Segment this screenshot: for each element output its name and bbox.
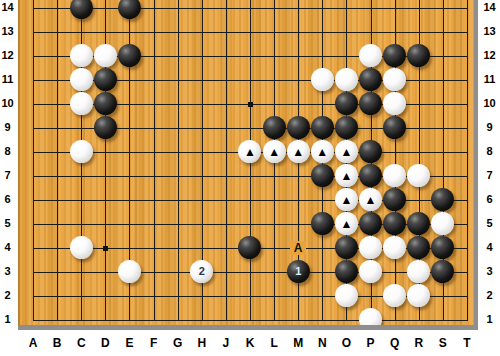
- stone-black-Q5[interactable]: [383, 212, 406, 235]
- stone-white-R2[interactable]: [407, 284, 430, 307]
- stone-black-R4[interactable]: [407, 236, 430, 259]
- stone-white-P4[interactable]: [359, 236, 382, 259]
- col-label-D: D: [96, 337, 114, 349]
- col-label-K: K: [241, 337, 259, 349]
- stone-white-P1[interactable]: [359, 308, 382, 330]
- stone-white-O11[interactable]: [335, 68, 358, 91]
- triangle-mark-icon: ▲: [340, 145, 352, 157]
- stone-black-S4[interactable]: [431, 236, 454, 259]
- row-label-right-12: 12: [480, 50, 499, 62]
- row-label-right-9: 9: [480, 122, 499, 134]
- stone-white-C11[interactable]: [70, 68, 93, 91]
- triangle-mark-icon: ▲: [292, 145, 304, 157]
- stone-black-O4[interactable]: [335, 236, 358, 259]
- col-label-F: F: [145, 337, 163, 349]
- row-label-right-7: 7: [480, 170, 499, 182]
- stone-black-E14[interactable]: [118, 0, 141, 19]
- row-label-left-1: 1: [0, 314, 15, 326]
- star-point-K10: [248, 102, 253, 107]
- row-label-left-13: 13: [0, 26, 15, 38]
- col-label-E: E: [120, 337, 138, 349]
- stone-white-L8[interactable]: ▲: [263, 140, 286, 163]
- stone-white-O2[interactable]: [335, 284, 358, 307]
- grid-vline-J: [226, 0, 227, 321]
- row-label-left-5: 5: [0, 218, 15, 230]
- stone-black-N9[interactable]: [311, 116, 334, 139]
- triangle-mark-icon: ▲: [340, 193, 352, 205]
- col-label-L: L: [265, 337, 283, 349]
- row-label-right-14: 14: [480, 2, 499, 14]
- stone-white-P12[interactable]: [359, 44, 382, 67]
- col-label-H: H: [193, 337, 211, 349]
- triangle-mark-icon: ▲: [365, 193, 377, 205]
- stone-black-C14[interactable]: [70, 0, 93, 19]
- stone-white-M8[interactable]: ▲: [287, 140, 310, 163]
- stone-white-Q10[interactable]: [383, 92, 406, 115]
- col-label-Q: Q: [386, 337, 404, 349]
- stone-black-O9[interactable]: [335, 116, 358, 139]
- row-label-left-7: 7: [0, 170, 15, 182]
- move-number-label: 2: [199, 266, 205, 277]
- stone-black-P8[interactable]: [359, 140, 382, 163]
- stone-white-C8[interactable]: [70, 140, 93, 163]
- col-label-N: N: [313, 337, 331, 349]
- row-label-right-4: 4: [480, 242, 499, 254]
- stone-black-N5[interactable]: [311, 212, 334, 235]
- stone-white-Q7[interactable]: [383, 164, 406, 187]
- grid-vline-F: [154, 0, 155, 321]
- stone-black-N7[interactable]: [311, 164, 334, 187]
- stone-white-C10[interactable]: [70, 92, 93, 115]
- col-label-C: C: [72, 337, 90, 349]
- col-label-R: R: [410, 337, 428, 349]
- stone-white-O7[interactable]: ▲: [335, 164, 358, 187]
- stone-black-E12[interactable]: [118, 44, 141, 67]
- stone-black-P5[interactable]: [359, 212, 382, 235]
- stone-black-Q9[interactable]: [383, 116, 406, 139]
- row-label-left-14: 14: [0, 2, 15, 14]
- col-label-T: T: [458, 337, 476, 349]
- row-label-left-12: 12: [0, 50, 15, 62]
- stone-white-S5[interactable]: [431, 212, 454, 235]
- row-label-right-1: 1: [480, 314, 499, 326]
- triangle-mark-icon: ▲: [340, 217, 352, 229]
- triangle-mark-icon: ▲: [316, 145, 328, 157]
- point-annotation-M4: A: [290, 241, 306, 255]
- row-label-right-6: 6: [480, 194, 499, 206]
- stone-black-O3[interactable]: [335, 260, 358, 283]
- row-label-left-2: 2: [0, 290, 15, 302]
- stone-black-S6[interactable]: [431, 188, 454, 211]
- stone-black-Q6[interactable]: [383, 188, 406, 211]
- triangle-mark-icon: ▲: [244, 145, 256, 157]
- row-label-left-8: 8: [0, 146, 15, 158]
- stone-white-P3[interactable]: [359, 260, 382, 283]
- row-label-right-8: 8: [480, 146, 499, 158]
- row-label-right-2: 2: [480, 290, 499, 302]
- stone-black-P10[interactable]: [359, 92, 382, 115]
- row-label-right-10: 10: [480, 98, 499, 110]
- col-label-G: G: [169, 337, 187, 349]
- col-label-P: P: [362, 337, 380, 349]
- stone-white-Q2[interactable]: [383, 284, 406, 307]
- row-label-left-10: 10: [0, 98, 15, 110]
- stone-white-O5[interactable]: ▲: [335, 212, 358, 235]
- stone-black-Q12[interactable]: [383, 44, 406, 67]
- col-label-M: M: [289, 337, 307, 349]
- stone-black-P7[interactable]: [359, 164, 382, 187]
- row-label-left-6: 6: [0, 194, 15, 206]
- stone-white-R3[interactable]: [407, 260, 430, 283]
- stone-white-P6[interactable]: ▲: [359, 188, 382, 211]
- stone-black-M9[interactable]: [287, 116, 310, 139]
- stone-white-R7[interactable]: [407, 164, 430, 187]
- col-label-S: S: [434, 337, 452, 349]
- row-label-left-9: 9: [0, 122, 15, 134]
- go-diagram: ▲▲▲▲▲▲▲▲▲21A 141413131212111110109988776…: [0, 0, 500, 356]
- stone-white-O6[interactable]: ▲: [335, 188, 358, 211]
- stone-white-Q11[interactable]: [383, 68, 406, 91]
- col-label-J: J: [217, 337, 235, 349]
- stone-white-C12[interactable]: [70, 44, 93, 67]
- col-label-B: B: [48, 337, 66, 349]
- row-label-right-13: 13: [480, 26, 499, 38]
- stone-white-O8[interactable]: ▲: [335, 140, 358, 163]
- stone-black-L9[interactable]: [263, 116, 286, 139]
- go-board[interactable]: ▲▲▲▲▲▲▲▲▲21A: [18, 0, 478, 330]
- grid-vline-G: [178, 0, 179, 321]
- triangle-mark-icon: ▲: [340, 169, 352, 181]
- stone-white-C4[interactable]: [70, 236, 93, 259]
- row-label-right-3: 3: [480, 266, 499, 278]
- col-label-O: O: [337, 337, 355, 349]
- stone-black-S3[interactable]: [431, 260, 454, 283]
- stone-white-K8[interactable]: ▲: [238, 140, 261, 163]
- col-label-A: A: [24, 337, 42, 349]
- row-label-right-11: 11: [480, 74, 499, 86]
- stone-white-Q4[interactable]: [383, 236, 406, 259]
- row-label-left-11: 11: [0, 74, 15, 86]
- triangle-mark-icon: ▲: [268, 145, 280, 157]
- stone-white-N8[interactable]: ▲: [311, 140, 334, 163]
- move-number-label: 1: [295, 266, 301, 277]
- stone-black-D11[interactable]: [94, 68, 117, 91]
- stone-white-N11[interactable]: [311, 68, 334, 91]
- star-point-D4: [103, 246, 108, 251]
- row-label-left-3: 3: [0, 266, 15, 278]
- row-label-left-4: 4: [0, 242, 15, 254]
- stone-black-D10[interactable]: [94, 92, 117, 115]
- stone-white-D12[interactable]: [94, 44, 117, 67]
- row-label-right-5: 5: [480, 218, 499, 230]
- grid-vline-B: [57, 0, 58, 321]
- stone-black-D9[interactable]: [94, 116, 117, 139]
- stone-black-R5[interactable]: [407, 212, 430, 235]
- stone-black-R12[interactable]: [407, 44, 430, 67]
- stone-black-K4[interactable]: [238, 236, 261, 259]
- grid-vline-A: [33, 0, 34, 321]
- grid-vline-T: [467, 0, 468, 321]
- stone-black-O10[interactable]: [335, 92, 358, 115]
- stone-black-M3[interactable]: 1: [287, 260, 310, 283]
- stone-white-H3[interactable]: 2: [190, 260, 213, 283]
- stone-black-P11[interactable]: [359, 68, 382, 91]
- stone-white-E3[interactable]: [118, 260, 141, 283]
